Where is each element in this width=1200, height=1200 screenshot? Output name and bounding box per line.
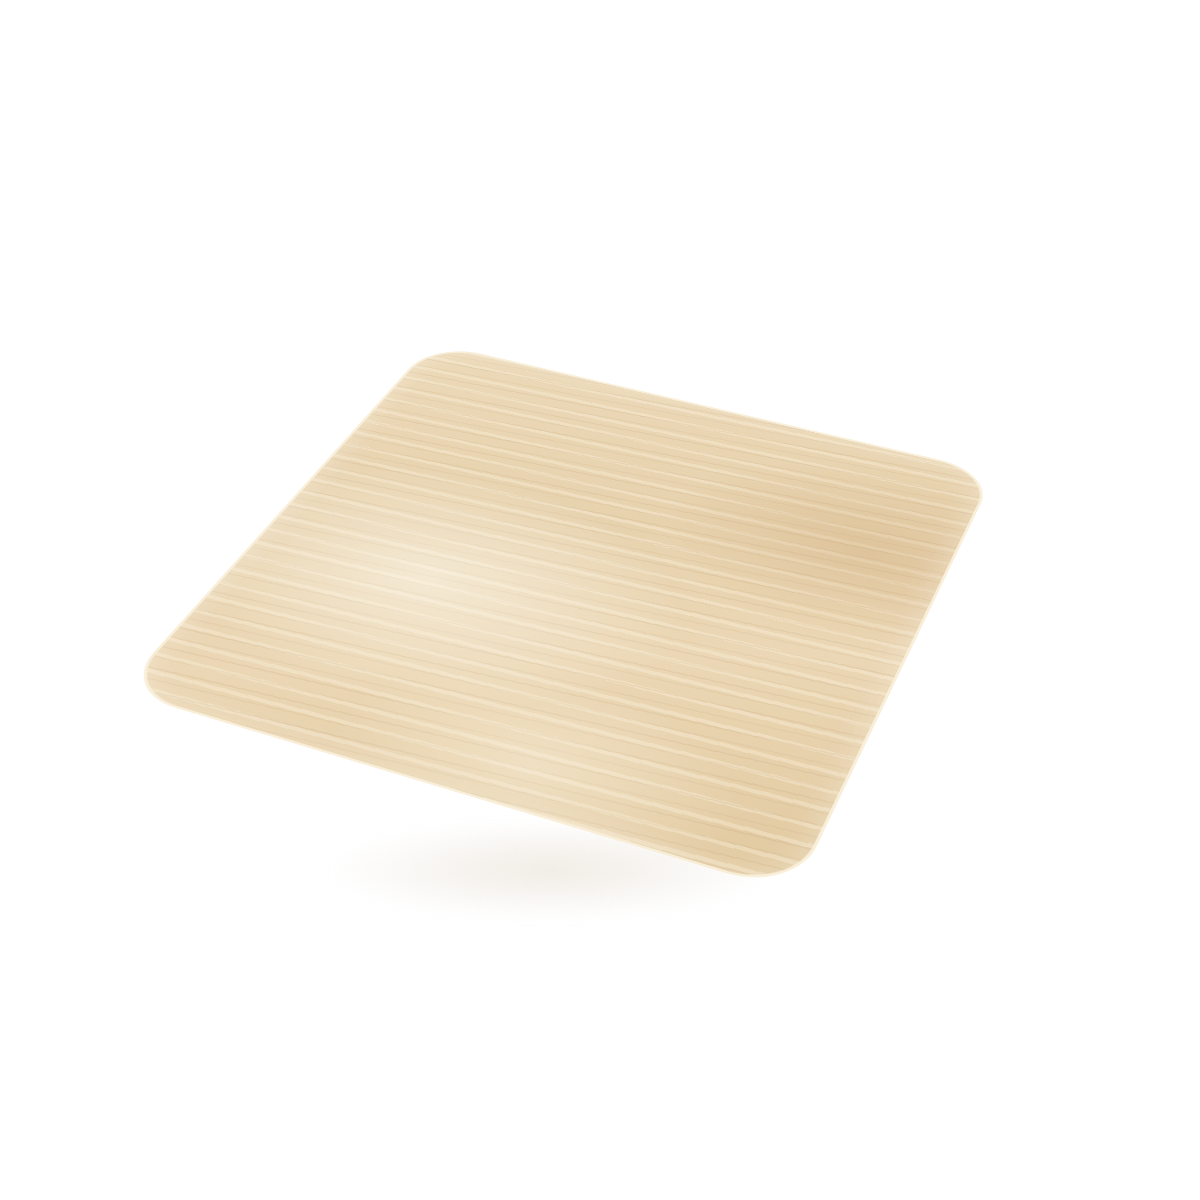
photo-background [0,0,1200,1200]
board-scene [255,245,915,905]
